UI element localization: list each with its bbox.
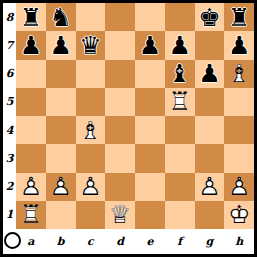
square-h3[interactable]	[224, 144, 254, 172]
file-label-b: b	[46, 229, 76, 254]
square-g7[interactable]	[195, 31, 225, 59]
square-b7[interactable]: ♟	[46, 31, 76, 59]
rank-label-3: 3	[3, 144, 16, 172]
square-a5[interactable]	[16, 88, 46, 116]
square-a8[interactable]: ♜	[16, 3, 46, 31]
rank-label-1: 1	[3, 201, 16, 229]
black-pawn-piece: ♟	[168, 33, 190, 58]
square-f5[interactable]: ♜♖	[165, 88, 195, 116]
square-c6[interactable]	[76, 60, 106, 88]
square-g6[interactable]: ♟	[195, 60, 225, 88]
square-h1[interactable]: ♚♔	[224, 201, 254, 229]
white-pawn-piece: ♟♙	[228, 174, 250, 199]
square-f3[interactable]	[165, 144, 195, 172]
square-b6[interactable]	[46, 60, 76, 88]
square-d4[interactable]	[105, 116, 135, 144]
square-d7[interactable]	[105, 31, 135, 59]
square-c8[interactable]	[76, 3, 106, 31]
white-rook-piece: ♜♖	[168, 89, 190, 114]
square-h7[interactable]: ♟	[224, 31, 254, 59]
chess-diagram: 87654321 ♜♞♚♜♟♟♛♟♟♟♝♟♝♗♜♖♝♗♟♙♟♙♟♙♟♙♟♙♜♖♛…	[3, 3, 254, 254]
square-a1[interactable]: ♜♖	[16, 201, 46, 229]
square-a3[interactable]	[16, 144, 46, 172]
black-pawn-piece: ♟	[228, 33, 250, 58]
black-pawn-piece: ♟	[198, 61, 220, 86]
square-b4[interactable]	[46, 116, 76, 144]
square-h6[interactable]: ♝♗	[224, 60, 254, 88]
rank-label-6: 6	[3, 60, 16, 88]
white-bishop-piece: ♝♗	[79, 118, 101, 143]
white-bishop-piece: ♝♗	[228, 61, 250, 86]
rank-label-4: 4	[3, 116, 16, 144]
square-h5[interactable]	[224, 88, 254, 116]
file-label-h: h	[224, 229, 254, 254]
square-c7[interactable]: ♛	[76, 31, 106, 59]
black-rook-piece: ♜	[228, 5, 250, 30]
square-g8[interactable]: ♚	[195, 3, 225, 31]
white-pawn-piece: ♟♙	[49, 174, 71, 199]
white-pawn-piece: ♟♙	[79, 174, 101, 199]
square-d1[interactable]: ♛♕	[105, 201, 135, 229]
square-c3[interactable]	[76, 144, 106, 172]
square-e3[interactable]	[135, 144, 165, 172]
file-label-c: c	[76, 229, 106, 254]
square-e1[interactable]	[135, 201, 165, 229]
diagram-frame: 87654321 ♜♞♚♜♟♟♛♟♟♟♝♟♝♗♜♖♝♗♟♙♟♙♟♙♟♙♟♙♜♖♛…	[0, 0, 257, 257]
square-b1[interactable]	[46, 201, 76, 229]
square-e4[interactable]	[135, 116, 165, 144]
square-e8[interactable]	[135, 3, 165, 31]
chess-board: ♜♞♚♜♟♟♛♟♟♟♝♟♝♗♜♖♝♗♟♙♟♙♟♙♟♙♟♙♜♖♛♕♚♔	[16, 3, 254, 229]
square-c1[interactable]	[76, 201, 106, 229]
square-b8[interactable]: ♞	[46, 3, 76, 31]
rank-label-5: 5	[3, 88, 16, 116]
square-g1[interactable]	[195, 201, 225, 229]
square-a4[interactable]	[16, 116, 46, 144]
bottom-left-corner	[3, 229, 16, 254]
square-h4[interactable]	[224, 116, 254, 144]
white-to-move-indicator-icon	[4, 232, 21, 249]
square-h2[interactable]: ♟♙	[224, 173, 254, 201]
square-h8[interactable]: ♜	[224, 3, 254, 31]
square-b3[interactable]	[46, 144, 76, 172]
rank-label-2: 2	[3, 173, 16, 201]
white-pawn-piece: ♟♙	[198, 174, 220, 199]
white-rook-piece: ♜♖	[20, 202, 42, 227]
black-pawn-piece: ♟	[20, 33, 42, 58]
black-pawn-piece: ♟	[49, 33, 71, 58]
square-g2[interactable]: ♟♙	[195, 173, 225, 201]
square-a2[interactable]: ♟♙	[16, 173, 46, 201]
black-knight-piece: ♞	[49, 5, 71, 30]
rank-label-7: 7	[3, 31, 16, 59]
black-bishop-piece: ♝	[168, 61, 190, 86]
square-g4[interactable]	[195, 116, 225, 144]
square-f4[interactable]	[165, 116, 195, 144]
square-f7[interactable]: ♟	[165, 31, 195, 59]
square-c4[interactable]: ♝♗	[76, 116, 106, 144]
file-label-g: g	[195, 229, 225, 254]
square-d2[interactable]	[105, 173, 135, 201]
rank-label-8: 8	[3, 3, 16, 31]
square-e2[interactable]	[135, 173, 165, 201]
white-queen-piece: ♛♕	[109, 202, 131, 227]
black-queen-piece: ♛	[79, 33, 101, 58]
black-rook-piece: ♜	[20, 5, 42, 30]
black-king-piece: ♚	[198, 5, 220, 30]
black-pawn-piece: ♟	[139, 33, 161, 58]
square-b5[interactable]	[46, 88, 76, 116]
square-e6[interactable]	[135, 60, 165, 88]
square-f8[interactable]	[165, 3, 195, 31]
board-area: 87654321 ♜♞♚♜♟♟♛♟♟♟♝♟♝♗♜♖♝♗♟♙♟♙♟♙♟♙♟♙♜♖♛…	[3, 3, 254, 229]
file-label-e: e	[135, 229, 165, 254]
white-pawn-piece: ♟♙	[20, 174, 42, 199]
square-e5[interactable]	[135, 88, 165, 116]
file-label-d: d	[105, 229, 135, 254]
square-f6[interactable]: ♝	[165, 60, 195, 88]
square-g3[interactable]	[195, 144, 225, 172]
square-c5[interactable]	[76, 88, 106, 116]
file-label-f: f	[165, 229, 195, 254]
square-a6[interactable]	[16, 60, 46, 88]
square-b2[interactable]: ♟♙	[46, 173, 76, 201]
square-a7[interactable]: ♟	[16, 31, 46, 59]
square-f2[interactable]	[165, 173, 195, 201]
white-king-piece: ♚♔	[228, 202, 250, 227]
bottom-strip: abcdefgh	[3, 229, 254, 254]
square-e7[interactable]: ♟	[135, 31, 165, 59]
file-labels: abcdefgh	[16, 229, 254, 254]
square-d6[interactable]	[105, 60, 135, 88]
square-f1[interactable]	[165, 201, 195, 229]
square-c2[interactable]: ♟♙	[76, 173, 106, 201]
square-g5[interactable]	[195, 88, 225, 116]
square-d5[interactable]	[105, 88, 135, 116]
square-d3[interactable]	[105, 144, 135, 172]
square-d8[interactable]	[105, 3, 135, 31]
rank-labels: 87654321	[3, 3, 16, 229]
